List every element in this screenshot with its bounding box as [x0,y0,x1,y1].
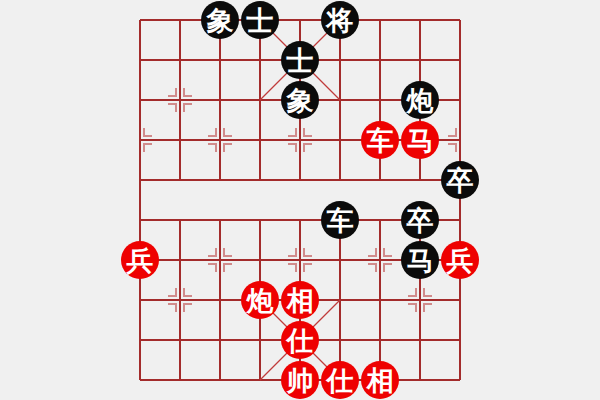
point-d5 [240,200,280,240]
point-c2 [200,320,240,360]
point-b2 [160,320,200,360]
point-b8 [160,80,200,120]
point-g5 [360,200,400,240]
point-i5 [440,200,480,240]
black-elephant[interactable]: 象 [281,81,319,119]
black-cannon[interactable]: 炮 [401,81,439,119]
point-i9 [440,40,480,80]
point-e9: 士 [280,40,320,80]
point-f5: 车 [320,200,360,240]
point-b6 [160,160,200,200]
point-g1: 相 [360,360,400,400]
point-g8 [360,80,400,120]
point-i2 [440,320,480,360]
point-g10 [360,0,400,40]
point-c3 [200,280,240,320]
point-e2: 仕 [280,320,320,360]
point-c5 [200,200,240,240]
red-soldier[interactable]: 兵 [441,241,479,279]
point-f4 [320,240,360,280]
point-g3 [360,280,400,320]
black-advisor[interactable]: 士 [241,1,279,39]
point-a3 [120,280,160,320]
point-g9 [360,40,400,80]
point-c9 [200,40,240,80]
point-c1 [200,360,240,400]
point-a6 [120,160,160,200]
black-horse[interactable]: 马 [401,241,439,279]
point-e5 [280,200,320,240]
point-g4 [360,240,400,280]
point-i8 [440,80,480,120]
point-f8 [320,80,360,120]
point-g6 [360,160,400,200]
point-d10: 士 [240,0,280,40]
point-a7 [120,120,160,160]
point-e10 [280,0,320,40]
point-d4 [240,240,280,280]
point-i7 [440,120,480,160]
red-elephant[interactable]: 相 [361,361,399,399]
point-i10 [440,0,480,40]
point-c8 [200,80,240,120]
point-d6 [240,160,280,200]
point-a10 [120,0,160,40]
point-e3: 相 [280,280,320,320]
point-e1: 帅 [280,360,320,400]
point-a2 [120,320,160,360]
point-h6 [400,160,440,200]
point-g2 [360,320,400,360]
point-c7 [200,120,240,160]
point-b7 [160,120,200,160]
point-c4 [200,240,240,280]
point-h3 [400,280,440,320]
black-advisor[interactable]: 士 [281,41,319,79]
point-d9 [240,40,280,80]
point-f9 [320,40,360,80]
point-e7 [280,120,320,160]
point-c6 [200,160,240,200]
point-a1 [120,360,160,400]
point-h8: 炮 [400,80,440,120]
point-b9 [160,40,200,80]
point-h5: 卒 [400,200,440,240]
point-h1 [400,360,440,400]
red-cannon[interactable]: 炮 [241,281,279,319]
point-f6 [320,160,360,200]
red-advisor[interactable]: 仕 [321,361,359,399]
point-b10 [160,0,200,40]
point-f7 [320,120,360,160]
point-f3 [320,280,360,320]
point-d2 [240,320,280,360]
point-i4: 兵 [440,240,480,280]
point-c10: 象 [200,0,240,40]
black-chariot[interactable]: 车 [321,201,359,239]
point-g7: 车 [360,120,400,160]
point-f1: 仕 [320,360,360,400]
point-f2 [320,320,360,360]
red-elephant[interactable]: 相 [281,281,319,319]
black-elephant[interactable]: 象 [201,1,239,39]
red-chariot[interactable]: 车 [361,121,399,159]
point-d3: 炮 [240,280,280,320]
point-e6 [280,160,320,200]
point-d1 [240,360,280,400]
black-soldier[interactable]: 卒 [441,161,479,199]
point-b3 [160,280,200,320]
point-e4 [280,240,320,280]
point-a5 [120,200,160,240]
point-a9 [120,40,160,80]
red-horse[interactable]: 马 [401,121,439,159]
black-general[interactable]: 将 [321,1,359,39]
red-soldier[interactable]: 兵 [121,241,159,279]
point-b1 [160,360,200,400]
point-b5 [160,200,200,240]
point-i1 [440,360,480,400]
point-h7: 马 [400,120,440,160]
point-d8 [240,80,280,120]
board-points: 象士将士象炮车马卒车卒兵马兵炮相仕帅仕相 [120,0,480,400]
point-h2 [400,320,440,360]
point-d7 [240,120,280,160]
point-e8: 象 [280,80,320,120]
point-h9 [400,40,440,80]
red-general[interactable]: 帅 [281,361,319,399]
point-a8 [120,80,160,120]
red-advisor[interactable]: 仕 [281,321,319,359]
point-b4 [160,240,200,280]
black-soldier[interactable]: 卒 [401,201,439,239]
point-f10: 将 [320,0,360,40]
point-i6: 卒 [440,160,480,200]
point-a4: 兵 [120,240,160,280]
point-h10 [400,0,440,40]
point-i3 [440,280,480,320]
point-h4: 马 [400,240,440,280]
xiangqi-board: 象士将士象炮车马卒车卒兵马兵炮相仕帅仕相 [0,0,600,400]
